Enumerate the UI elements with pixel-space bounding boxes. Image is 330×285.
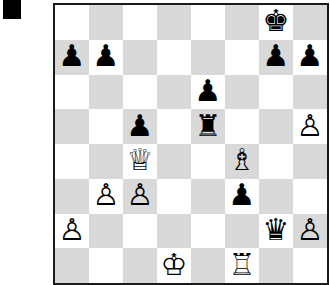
square-g4[interactable] (259, 144, 293, 179)
white-pawn: ♙ (59, 215, 86, 245)
square-c8[interactable] (123, 5, 157, 40)
square-c2[interactable] (123, 214, 157, 249)
square-h5[interactable]: ♙ (293, 109, 327, 144)
square-d6[interactable] (157, 75, 191, 110)
square-a7[interactable]: ♟ (55, 40, 89, 75)
square-c5[interactable]: ♟ (123, 109, 157, 144)
square-h1[interactable] (293, 248, 327, 283)
square-g3[interactable] (259, 179, 293, 214)
square-e8[interactable] (191, 5, 225, 40)
square-d8[interactable] (157, 5, 191, 40)
square-h7[interactable]: ♟ (293, 40, 327, 75)
black-pawn: ♟ (229, 180, 256, 210)
black-to-move-indicator (3, 0, 21, 19)
square-e4[interactable] (191, 144, 225, 179)
square-f8[interactable] (225, 5, 259, 40)
square-b1[interactable] (89, 248, 123, 283)
square-g5[interactable] (259, 109, 293, 144)
square-c4[interactable]: ♕ (123, 144, 157, 179)
square-d2[interactable] (157, 214, 191, 249)
black-pawn: ♟ (263, 41, 290, 71)
square-g1[interactable] (259, 248, 293, 283)
square-e6[interactable]: ♟ (191, 75, 225, 110)
black-pawn: ♟ (93, 41, 120, 71)
square-h4[interactable] (293, 144, 327, 179)
square-c7[interactable] (123, 40, 157, 75)
square-c6[interactable] (123, 75, 157, 110)
black-queen: ♛ (263, 215, 290, 245)
square-h3[interactable] (293, 179, 327, 214)
square-a1[interactable] (55, 248, 89, 283)
square-d4[interactable] (157, 144, 191, 179)
square-b6[interactable] (89, 75, 123, 110)
chess-board: ♚♟♟♟♟♟♟♜♙♕♗♙♙♟♙♛♙♔♖ (53, 3, 329, 285)
square-a5[interactable] (55, 109, 89, 144)
white-rook: ♖ (229, 250, 256, 280)
square-h8[interactable] (293, 5, 327, 40)
square-c3[interactable]: ♙ (123, 179, 157, 214)
white-pawn: ♙ (93, 180, 120, 210)
square-d5[interactable] (157, 109, 191, 144)
square-a3[interactable] (55, 179, 89, 214)
square-h6[interactable] (293, 75, 327, 110)
white-queen: ♕ (127, 145, 154, 175)
square-h2[interactable]: ♙ (293, 214, 327, 249)
square-d7[interactable] (157, 40, 191, 75)
square-f2[interactable] (225, 214, 259, 249)
square-f1[interactable]: ♖ (225, 248, 259, 283)
square-f7[interactable] (225, 40, 259, 75)
black-pawn: ♟ (195, 76, 222, 106)
black-king: ♚ (263, 6, 290, 36)
square-g7[interactable]: ♟ (259, 40, 293, 75)
square-a4[interactable] (55, 144, 89, 179)
square-a8[interactable] (55, 5, 89, 40)
square-b8[interactable] (89, 5, 123, 40)
square-f5[interactable] (225, 109, 259, 144)
square-a6[interactable] (55, 75, 89, 110)
square-f3[interactable]: ♟ (225, 179, 259, 214)
white-pawn: ♙ (127, 180, 154, 210)
black-pawn: ♟ (59, 41, 86, 71)
square-b5[interactable] (89, 109, 123, 144)
square-g8[interactable]: ♚ (259, 5, 293, 40)
white-pawn: ♙ (297, 215, 324, 245)
square-e5[interactable]: ♜ (191, 109, 225, 144)
black-pawn: ♟ (127, 111, 154, 141)
white-bishop: ♗ (229, 145, 256, 175)
white-king: ♔ (161, 250, 188, 280)
square-e1[interactable] (191, 248, 225, 283)
square-e7[interactable] (191, 40, 225, 75)
square-g6[interactable] (259, 75, 293, 110)
square-g2[interactable]: ♛ (259, 214, 293, 249)
square-f6[interactable] (225, 75, 259, 110)
square-b7[interactable]: ♟ (89, 40, 123, 75)
square-f4[interactable]: ♗ (225, 144, 259, 179)
square-d1[interactable]: ♔ (157, 248, 191, 283)
square-c1[interactable] (123, 248, 157, 283)
square-e3[interactable] (191, 179, 225, 214)
black-rook: ♜ (195, 111, 222, 141)
black-pawn: ♟ (297, 41, 324, 71)
square-b4[interactable] (89, 144, 123, 179)
square-d3[interactable] (157, 179, 191, 214)
square-b2[interactable] (89, 214, 123, 249)
square-b3[interactable]: ♙ (89, 179, 123, 214)
square-a2[interactable]: ♙ (55, 214, 89, 249)
white-pawn: ♙ (297, 111, 324, 141)
square-e2[interactable] (191, 214, 225, 249)
